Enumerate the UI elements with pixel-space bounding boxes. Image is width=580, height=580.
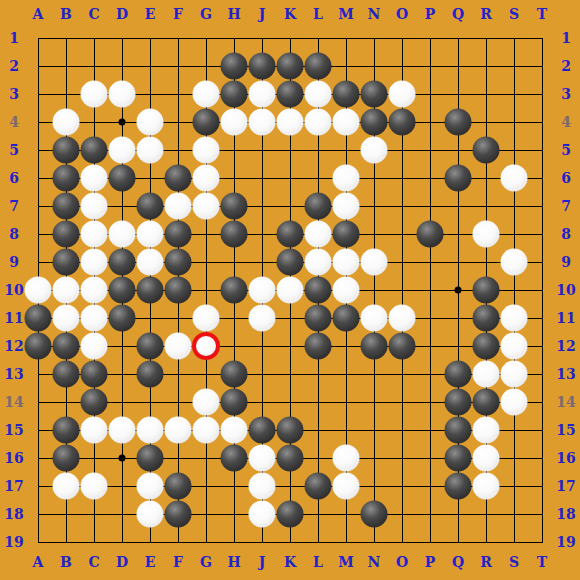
black-stone bbox=[305, 193, 332, 220]
column-label: L bbox=[304, 0, 332, 28]
white-stone bbox=[193, 137, 220, 164]
row-label: 9 bbox=[0, 248, 28, 276]
black-stone bbox=[53, 417, 80, 444]
white-stone bbox=[473, 417, 500, 444]
black-stone bbox=[333, 81, 360, 108]
white-stone bbox=[305, 109, 332, 136]
black-stone bbox=[53, 361, 80, 388]
column-label: S bbox=[500, 0, 528, 28]
white-stone bbox=[81, 333, 108, 360]
black-stone bbox=[221, 389, 248, 416]
column-label: N bbox=[360, 548, 388, 576]
white-stone bbox=[277, 277, 304, 304]
row-label: 3 bbox=[0, 80, 28, 108]
row-label: 12 bbox=[552, 332, 580, 360]
white-stone bbox=[221, 417, 248, 444]
black-stone bbox=[445, 361, 472, 388]
white-stone bbox=[249, 501, 276, 528]
white-stone bbox=[137, 473, 164, 500]
row-label: 5 bbox=[552, 136, 580, 164]
black-stone bbox=[137, 277, 164, 304]
white-stone bbox=[501, 249, 528, 276]
white-stone bbox=[473, 473, 500, 500]
black-stone bbox=[53, 137, 80, 164]
white-stone bbox=[389, 81, 416, 108]
white-stone bbox=[501, 333, 528, 360]
row-label: 8 bbox=[0, 220, 28, 248]
white-stone bbox=[137, 221, 164, 248]
white-stone bbox=[473, 361, 500, 388]
column-label: R bbox=[472, 548, 500, 576]
black-stone bbox=[165, 473, 192, 500]
white-stone bbox=[501, 389, 528, 416]
black-stone bbox=[333, 305, 360, 332]
white-stone bbox=[193, 193, 220, 220]
column-label: P bbox=[416, 0, 444, 28]
row-label: 17 bbox=[0, 472, 28, 500]
black-stone bbox=[165, 221, 192, 248]
white-stone bbox=[109, 221, 136, 248]
column-label: N bbox=[360, 0, 388, 28]
white-stone bbox=[53, 109, 80, 136]
black-stone bbox=[445, 389, 472, 416]
star-point bbox=[455, 287, 462, 294]
column-label: L bbox=[304, 548, 332, 576]
black-stone bbox=[277, 417, 304, 444]
white-stone bbox=[333, 165, 360, 192]
row-label: 8 bbox=[552, 220, 580, 248]
column-label: O bbox=[388, 548, 416, 576]
column-label: B bbox=[52, 0, 80, 28]
white-stone bbox=[193, 389, 220, 416]
column-label: A bbox=[24, 548, 52, 576]
black-stone bbox=[221, 277, 248, 304]
black-stone bbox=[361, 333, 388, 360]
white-stone bbox=[473, 445, 500, 472]
black-stone bbox=[221, 193, 248, 220]
black-stone bbox=[361, 81, 388, 108]
white-stone bbox=[473, 221, 500, 248]
column-label: E bbox=[136, 548, 164, 576]
row-label: 15 bbox=[0, 416, 28, 444]
row-label: 7 bbox=[552, 192, 580, 220]
black-stone bbox=[25, 333, 52, 360]
black-stone bbox=[109, 305, 136, 332]
white-stone bbox=[109, 137, 136, 164]
white-stone bbox=[25, 277, 52, 304]
column-label: Q bbox=[444, 548, 472, 576]
column-label: P bbox=[416, 548, 444, 576]
row-label: 14 bbox=[552, 388, 580, 416]
white-stone bbox=[389, 305, 416, 332]
black-stone bbox=[53, 221, 80, 248]
black-stone bbox=[53, 193, 80, 220]
column-label: M bbox=[332, 548, 360, 576]
white-stone bbox=[53, 277, 80, 304]
white-stone bbox=[277, 109, 304, 136]
white-stone bbox=[333, 249, 360, 276]
black-stone bbox=[389, 333, 416, 360]
white-stone bbox=[81, 305, 108, 332]
black-stone bbox=[137, 361, 164, 388]
go-board[interactable]: ABCDEFGHJKLMNOPQRST ABCDEFGHJKLMNOPQRST … bbox=[0, 0, 580, 580]
black-stone bbox=[473, 305, 500, 332]
black-stone bbox=[389, 109, 416, 136]
column-label: C bbox=[80, 548, 108, 576]
column-label: A bbox=[24, 0, 52, 28]
white-stone bbox=[137, 109, 164, 136]
row-label: 13 bbox=[552, 360, 580, 388]
black-stone bbox=[361, 501, 388, 528]
white-stone bbox=[501, 165, 528, 192]
white-stone bbox=[333, 109, 360, 136]
white-stone bbox=[193, 81, 220, 108]
white-stone bbox=[137, 501, 164, 528]
black-stone bbox=[53, 445, 80, 472]
black-stone bbox=[165, 165, 192, 192]
white-stone bbox=[249, 109, 276, 136]
black-stone bbox=[53, 333, 80, 360]
white-stone bbox=[165, 333, 192, 360]
black-stone bbox=[165, 501, 192, 528]
white-stone bbox=[81, 249, 108, 276]
white-stone bbox=[333, 473, 360, 500]
white-stone bbox=[193, 165, 220, 192]
column-label: H bbox=[220, 0, 248, 28]
column-label: K bbox=[276, 548, 304, 576]
row-label: 4 bbox=[0, 108, 28, 136]
black-stone bbox=[473, 137, 500, 164]
white-stone bbox=[249, 473, 276, 500]
black-stone bbox=[221, 221, 248, 248]
white-stone bbox=[221, 109, 248, 136]
column-label: S bbox=[500, 548, 528, 576]
white-stone bbox=[81, 193, 108, 220]
white-stone bbox=[361, 137, 388, 164]
column-label: F bbox=[164, 0, 192, 28]
column-label: D bbox=[108, 548, 136, 576]
black-stone bbox=[109, 277, 136, 304]
white-stone bbox=[333, 193, 360, 220]
white-stone bbox=[361, 305, 388, 332]
row-label: 9 bbox=[552, 248, 580, 276]
row-label: 14 bbox=[0, 388, 28, 416]
black-stone bbox=[221, 53, 248, 80]
white-stone bbox=[81, 221, 108, 248]
white-stone bbox=[361, 249, 388, 276]
black-stone bbox=[249, 417, 276, 444]
black-stone bbox=[193, 109, 220, 136]
white-stone bbox=[81, 473, 108, 500]
black-stone bbox=[277, 53, 304, 80]
white-stone bbox=[249, 81, 276, 108]
row-label: 6 bbox=[552, 164, 580, 192]
black-stone bbox=[109, 165, 136, 192]
white-stone bbox=[81, 277, 108, 304]
column-label: O bbox=[388, 0, 416, 28]
black-stone bbox=[445, 445, 472, 472]
black-stone bbox=[473, 277, 500, 304]
column-label: K bbox=[276, 0, 304, 28]
black-stone bbox=[361, 109, 388, 136]
black-stone bbox=[445, 417, 472, 444]
white-stone bbox=[249, 445, 276, 472]
black-stone bbox=[277, 445, 304, 472]
black-stone bbox=[165, 249, 192, 276]
row-label: 2 bbox=[552, 52, 580, 80]
white-stone bbox=[53, 305, 80, 332]
black-stone bbox=[305, 305, 332, 332]
column-label: M bbox=[332, 0, 360, 28]
black-stone bbox=[473, 333, 500, 360]
black-stone bbox=[473, 389, 500, 416]
row-label: 2 bbox=[0, 52, 28, 80]
black-stone bbox=[25, 305, 52, 332]
white-stone bbox=[193, 305, 220, 332]
white-stone bbox=[193, 333, 220, 360]
column-label: G bbox=[192, 0, 220, 28]
star-point bbox=[119, 455, 126, 462]
black-stone bbox=[445, 165, 472, 192]
row-label: 13 bbox=[0, 360, 28, 388]
white-stone bbox=[137, 249, 164, 276]
row-label: 16 bbox=[552, 444, 580, 472]
grid-line-vertical bbox=[542, 38, 543, 543]
row-label: 7 bbox=[0, 192, 28, 220]
black-stone bbox=[221, 81, 248, 108]
white-stone bbox=[193, 417, 220, 444]
white-stone bbox=[137, 417, 164, 444]
black-stone bbox=[137, 445, 164, 472]
black-stone bbox=[137, 193, 164, 220]
column-label: J bbox=[248, 548, 276, 576]
white-stone bbox=[109, 417, 136, 444]
white-stone bbox=[109, 81, 136, 108]
row-label: 1 bbox=[0, 24, 28, 52]
black-stone bbox=[109, 249, 136, 276]
white-stone bbox=[81, 417, 108, 444]
white-stone bbox=[81, 81, 108, 108]
grid-line-vertical bbox=[514, 38, 515, 543]
black-stone bbox=[445, 473, 472, 500]
row-label: 17 bbox=[552, 472, 580, 500]
row-label: 10 bbox=[552, 276, 580, 304]
black-stone bbox=[277, 501, 304, 528]
column-label: R bbox=[472, 0, 500, 28]
white-stone bbox=[333, 445, 360, 472]
row-label: 4 bbox=[552, 108, 580, 136]
black-stone bbox=[277, 81, 304, 108]
row-label: 19 bbox=[552, 528, 580, 556]
black-stone bbox=[277, 221, 304, 248]
white-stone bbox=[53, 473, 80, 500]
column-label: D bbox=[108, 0, 136, 28]
white-stone bbox=[137, 137, 164, 164]
black-stone bbox=[81, 361, 108, 388]
white-stone bbox=[165, 417, 192, 444]
white-stone bbox=[501, 305, 528, 332]
row-label: 3 bbox=[552, 80, 580, 108]
black-stone bbox=[165, 277, 192, 304]
black-stone bbox=[81, 389, 108, 416]
row-label: 18 bbox=[552, 500, 580, 528]
star-point bbox=[119, 119, 126, 126]
row-label: 11 bbox=[552, 304, 580, 332]
white-stone bbox=[333, 277, 360, 304]
white-stone bbox=[305, 249, 332, 276]
white-stone bbox=[165, 193, 192, 220]
black-stone bbox=[333, 221, 360, 248]
white-stone bbox=[81, 165, 108, 192]
column-label: F bbox=[164, 548, 192, 576]
white-stone bbox=[305, 221, 332, 248]
row-label: 16 bbox=[0, 444, 28, 472]
white-stone bbox=[249, 277, 276, 304]
white-stone bbox=[501, 361, 528, 388]
black-stone bbox=[53, 165, 80, 192]
black-stone bbox=[305, 277, 332, 304]
black-stone bbox=[305, 333, 332, 360]
black-stone bbox=[445, 109, 472, 136]
black-stone bbox=[249, 53, 276, 80]
row-label: 5 bbox=[0, 136, 28, 164]
black-stone bbox=[53, 249, 80, 276]
row-label: 6 bbox=[0, 164, 28, 192]
grid-line-horizontal bbox=[38, 542, 543, 543]
column-label: Q bbox=[444, 0, 472, 28]
black-stone bbox=[221, 361, 248, 388]
black-stone bbox=[81, 137, 108, 164]
black-stone bbox=[305, 473, 332, 500]
column-label: E bbox=[136, 0, 164, 28]
row-label: 18 bbox=[0, 500, 28, 528]
row-label: 19 bbox=[0, 528, 28, 556]
row-label: 15 bbox=[552, 416, 580, 444]
black-stone bbox=[137, 333, 164, 360]
column-label: B bbox=[52, 548, 80, 576]
column-label: H bbox=[220, 548, 248, 576]
black-stone bbox=[417, 221, 444, 248]
black-stone bbox=[221, 445, 248, 472]
grid-line-vertical bbox=[430, 38, 431, 543]
column-label: G bbox=[192, 548, 220, 576]
black-stone bbox=[305, 53, 332, 80]
white-stone bbox=[249, 305, 276, 332]
black-stone bbox=[277, 249, 304, 276]
white-stone bbox=[305, 81, 332, 108]
grid-line-horizontal bbox=[38, 346, 543, 347]
row-label: 1 bbox=[552, 24, 580, 52]
column-label: J bbox=[248, 0, 276, 28]
column-label: C bbox=[80, 0, 108, 28]
